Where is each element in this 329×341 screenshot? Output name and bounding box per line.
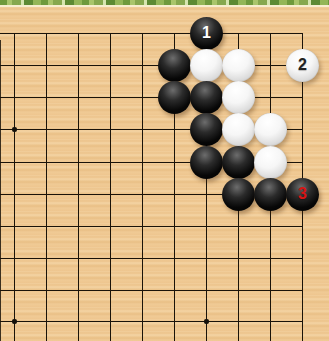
white-stone xyxy=(222,113,255,146)
star-point xyxy=(204,319,209,324)
white-stone xyxy=(222,81,255,114)
white-stone xyxy=(254,113,287,146)
grid-hline xyxy=(0,258,303,259)
move-3-black-stone: 3 xyxy=(286,178,319,211)
white-stone xyxy=(190,49,223,82)
black-stone xyxy=(190,146,223,179)
grid-vline xyxy=(14,33,15,341)
move-1-black-stone: 1 xyxy=(190,17,223,50)
move-number-label: 3 xyxy=(298,186,307,202)
white-stone xyxy=(254,146,287,179)
crop-edge-line xyxy=(0,40,1,341)
black-stone xyxy=(158,49,191,82)
grid-hline xyxy=(0,226,303,227)
grid-hline xyxy=(0,290,303,291)
star-point xyxy=(12,319,17,324)
go-board[interactable]: 123 xyxy=(0,7,329,341)
white-stone xyxy=(222,49,255,82)
black-stone xyxy=(254,178,287,211)
black-stone xyxy=(222,146,255,179)
go-app-screenshot: 123 xyxy=(0,0,329,341)
grid-hline xyxy=(0,321,303,322)
black-stone xyxy=(190,81,223,114)
black-stone xyxy=(190,113,223,146)
grid-vline xyxy=(142,33,143,341)
move-2-white-stone: 2 xyxy=(286,49,319,82)
move-number-label: 2 xyxy=(298,57,307,73)
grid-hline xyxy=(0,65,303,66)
star-point xyxy=(12,127,17,132)
grid-vline xyxy=(78,33,79,341)
black-stone xyxy=(158,81,191,114)
black-stone xyxy=(222,178,255,211)
move-number-label: 1 xyxy=(202,25,211,41)
grid-hline xyxy=(0,33,303,34)
grid-hline xyxy=(0,97,303,98)
grid-vline xyxy=(110,33,111,341)
grid-vline xyxy=(46,33,47,341)
